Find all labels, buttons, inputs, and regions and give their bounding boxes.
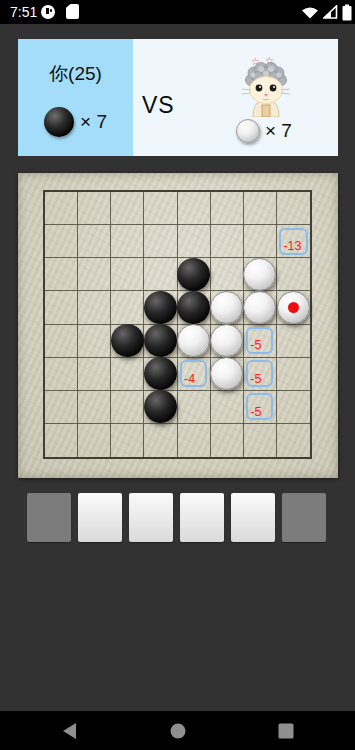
cell-1-1[interactable] xyxy=(78,225,111,258)
cell-7-7[interactable] xyxy=(277,424,310,457)
cell-6-3[interactable] xyxy=(144,391,177,424)
black-stone xyxy=(177,258,210,291)
clock: 7:51 xyxy=(10,0,37,24)
cell-7-2[interactable] xyxy=(111,424,144,457)
cell-4-5[interactable] xyxy=(211,325,244,358)
cell-5-7[interactable] xyxy=(277,358,310,391)
cell-4-6[interactable]: -5 xyxy=(244,325,277,358)
back-button[interactable] xyxy=(60,721,80,741)
cell-7-5[interactable] xyxy=(211,424,244,457)
hint-button[interactable] xyxy=(129,493,173,542)
cell-0-1[interactable] xyxy=(78,192,111,225)
white-stone xyxy=(243,258,276,291)
cell-0-4[interactable] xyxy=(178,192,211,225)
cell-3-0[interactable] xyxy=(45,291,78,324)
cell-5-3[interactable] xyxy=(144,358,177,391)
cell-1-0[interactable] xyxy=(45,225,78,258)
cell-4-7[interactable] xyxy=(277,325,310,358)
hint-cell: -4 xyxy=(180,360,207,387)
cell-2-7[interactable] xyxy=(277,258,310,291)
cell-6-1[interactable] xyxy=(78,391,111,424)
cell-6-5[interactable] xyxy=(211,391,244,424)
cell-6-4[interactable] xyxy=(178,391,211,424)
hint-score: -5 xyxy=(250,406,261,420)
cell-1-2[interactable] xyxy=(111,225,144,258)
cell-5-1[interactable] xyxy=(78,358,111,391)
cell-7-6[interactable] xyxy=(244,424,277,457)
cell-1-7[interactable]: -13 xyxy=(277,225,310,258)
last-move-marker xyxy=(288,302,299,313)
black-stone xyxy=(177,291,210,324)
cell-3-4[interactable] xyxy=(178,291,211,324)
cell-0-3[interactable] xyxy=(144,192,177,225)
opponent-avatar: ☆ ☆ xyxy=(239,55,293,121)
cell-4-0[interactable] xyxy=(45,325,78,358)
hint-cell: -5 xyxy=(246,360,273,387)
black-stone-count: × 7 xyxy=(80,111,107,133)
game-board: -13-5-4-5-5 xyxy=(18,173,338,478)
hint-cell: -13 xyxy=(279,228,307,255)
white-stone xyxy=(210,291,243,324)
cell-1-4[interactable] xyxy=(178,225,211,258)
black-stone xyxy=(111,324,144,357)
hint-cell: -5 xyxy=(246,327,273,354)
hint-cell: -5 xyxy=(246,393,273,420)
cell-6-7[interactable] xyxy=(277,391,310,424)
auto-play-button[interactable] xyxy=(282,493,326,542)
match-header: 你(25) × 7 VS ☆ ☆ xyxy=(18,39,338,156)
black-stone-icon xyxy=(44,107,74,137)
cell-6-0[interactable] xyxy=(45,391,78,424)
phone-screen: 7:51 你(25) × 7 VS ☆ ☆ xyxy=(0,0,355,750)
cell-5-2[interactable] xyxy=(111,358,144,391)
white-stone-count: × 7 xyxy=(265,120,292,142)
notification-circle-icon xyxy=(41,5,55,19)
hint-score: -5 xyxy=(250,339,261,353)
cell-2-0[interactable] xyxy=(45,258,78,291)
cell-7-0[interactable] xyxy=(45,424,78,457)
black-stone xyxy=(144,357,177,390)
hint-score: -4 xyxy=(184,373,195,387)
cell-3-2[interactable] xyxy=(111,291,144,324)
white-stone xyxy=(277,291,310,324)
cell-2-6[interactable] xyxy=(244,258,277,291)
cell-5-5[interactable] xyxy=(211,358,244,391)
cell-3-7[interactable] xyxy=(277,291,310,324)
cell-4-4[interactable] xyxy=(178,325,211,358)
white-stone xyxy=(243,291,276,324)
status-bar: 7:51 xyxy=(0,0,355,24)
cell-0-2[interactable] xyxy=(111,192,144,225)
cell-3-5[interactable] xyxy=(211,291,244,324)
android-navbar xyxy=(0,711,355,750)
cell-4-1[interactable] xyxy=(78,325,111,358)
move-record-button[interactable] xyxy=(78,493,122,542)
cell-1-3[interactable] xyxy=(144,225,177,258)
undo-button[interactable] xyxy=(180,493,224,542)
cell-6-6[interactable]: -5 xyxy=(244,391,277,424)
toolbar xyxy=(27,493,326,542)
recents-button[interactable] xyxy=(276,721,296,741)
cell-0-7[interactable] xyxy=(277,192,310,225)
cell-2-2[interactable] xyxy=(111,258,144,291)
cell-7-1[interactable] xyxy=(78,424,111,457)
black-stone xyxy=(144,390,177,423)
black-stone xyxy=(144,291,177,324)
cell-3-3[interactable] xyxy=(144,291,177,324)
board-grid: -13-5-4-5-5 xyxy=(43,190,312,459)
hint-score: -13 xyxy=(283,240,301,254)
cell-3-6[interactable] xyxy=(244,291,277,324)
cell-signal-icon xyxy=(323,5,338,19)
cell-1-6[interactable] xyxy=(244,225,277,258)
player-name: 你(25) xyxy=(18,61,133,87)
cell-2-1[interactable] xyxy=(78,258,111,291)
player-panel: 你(25) × 7 xyxy=(18,39,133,156)
hint-score: -5 xyxy=(250,373,261,387)
white-stone xyxy=(177,324,210,357)
cell-0-0[interactable] xyxy=(45,192,78,225)
battery-icon xyxy=(342,4,352,21)
cell-2-3[interactable] xyxy=(144,258,177,291)
white-stone-icon xyxy=(236,119,260,143)
cell-0-5[interactable] xyxy=(211,192,244,225)
cell-4-3[interactable] xyxy=(144,325,177,358)
cell-7-3[interactable] xyxy=(144,424,177,457)
cell-5-0[interactable] xyxy=(45,358,78,391)
cell-0-6[interactable] xyxy=(244,192,277,225)
white-stone xyxy=(210,324,243,357)
cell-2-4[interactable] xyxy=(178,258,211,291)
cell-6-2[interactable] xyxy=(111,391,144,424)
redo-button[interactable] xyxy=(231,493,275,542)
wifi-icon xyxy=(301,5,319,19)
cell-4-2[interactable] xyxy=(111,325,144,358)
cell-7-4[interactable] xyxy=(178,424,211,457)
cell-1-5[interactable] xyxy=(211,225,244,258)
cell-2-5[interactable] xyxy=(211,258,244,291)
cell-5-4[interactable]: -4 xyxy=(178,358,211,391)
settings-button[interactable] xyxy=(27,493,71,542)
cell-3-1[interactable] xyxy=(78,291,111,324)
white-stone xyxy=(210,357,243,390)
black-stone xyxy=(144,324,177,357)
cell-5-6[interactable]: -5 xyxy=(244,358,277,391)
sd-card-icon xyxy=(66,4,79,19)
vs-label: VS xyxy=(142,92,175,119)
home-button[interactable] xyxy=(168,721,188,741)
